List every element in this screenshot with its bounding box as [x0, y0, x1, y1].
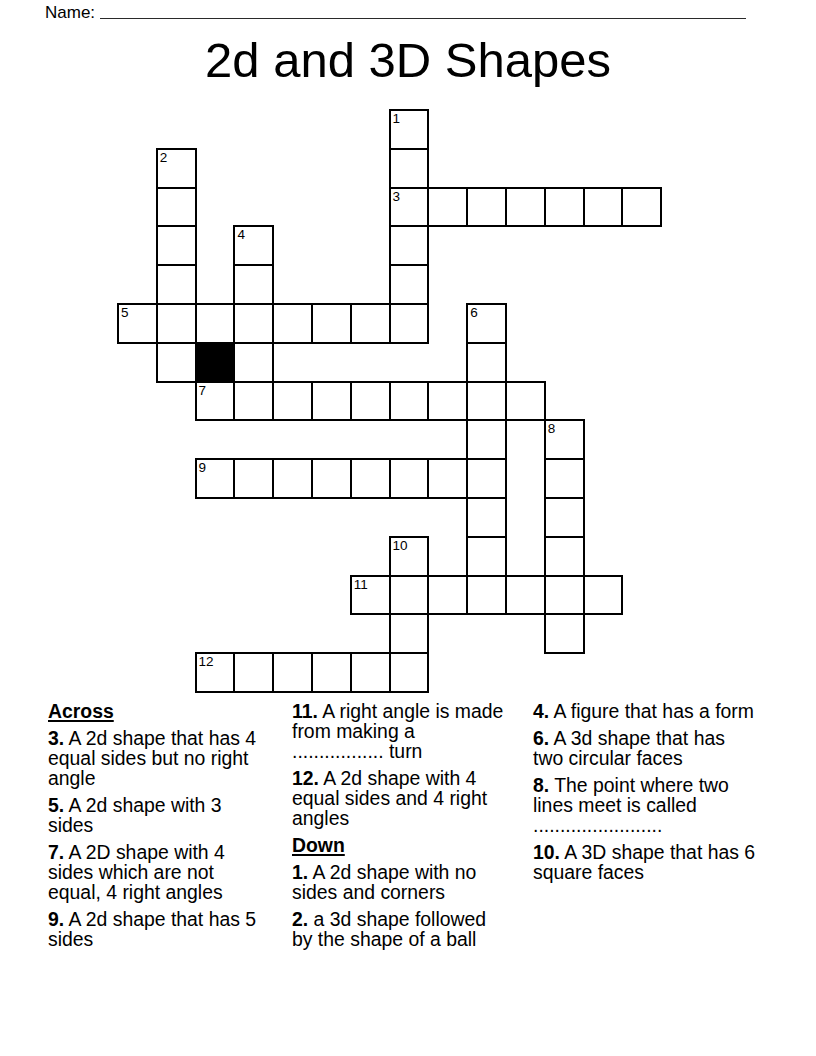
grid-cell	[389, 575, 430, 616]
grid-cell	[544, 187, 585, 228]
clue-across-5: 5. A 2d shape with 3 sides	[48, 795, 258, 835]
clue-down-8: 8. The point where two lines meet is cal…	[533, 775, 758, 835]
grid-cell	[389, 225, 430, 266]
grid-cell: 6	[466, 303, 507, 344]
grid-cell	[389, 652, 430, 693]
grid-cell	[156, 303, 197, 344]
grid-cell	[621, 187, 662, 228]
grid-cell: 11	[350, 575, 391, 616]
grid-cell	[427, 575, 468, 616]
grid-cell	[311, 303, 352, 344]
grid-cell	[272, 303, 313, 344]
grid-cell: 3	[389, 187, 430, 228]
grid-cell	[311, 381, 352, 422]
grid-cell	[156, 264, 197, 305]
grid-cell	[233, 458, 274, 499]
grid-cell	[233, 652, 274, 693]
grid-cell	[272, 652, 313, 693]
grid-cell	[466, 381, 507, 422]
grid-cell: 2	[156, 148, 197, 189]
clue-number-label: 3.	[48, 727, 64, 749]
grid-cell	[505, 575, 546, 616]
clue-number: 8	[548, 421, 556, 436]
grid-cell	[544, 497, 585, 538]
clue-across-9: 9. A 2d shape that has 5 sides	[48, 909, 258, 949]
clue-number-label: 4.	[533, 700, 549, 722]
clue-down-6: 6. A 3d shape that has two circular face…	[533, 728, 758, 768]
grid-cell: 1	[389, 109, 430, 150]
grid-cell	[311, 652, 352, 693]
name-label: Name:	[45, 3, 95, 22]
grid-cell	[544, 458, 585, 499]
clue-number: 11	[354, 577, 368, 592]
clue-number-label: 10.	[533, 841, 560, 863]
clue-number: 9	[199, 460, 207, 475]
clue-number: 2	[160, 150, 168, 165]
grid-cell	[272, 458, 313, 499]
clue-number: 7	[199, 383, 207, 398]
clue-down-4: 4. A figure that has a form	[533, 701, 758, 721]
grid-cell	[311, 458, 352, 499]
clue-number-label: 5.	[48, 794, 64, 816]
blocked-cell	[195, 342, 236, 383]
grid-cell	[156, 187, 197, 228]
clue-number: 12	[199, 654, 214, 669]
clue-column-1: Across3. A 2d shape that has 4 equal sid…	[48, 701, 258, 956]
grid-cell	[389, 303, 430, 344]
grid-cell	[233, 342, 274, 383]
grid-cell	[427, 187, 468, 228]
across-heading: Across	[48, 701, 258, 721]
grid-cell	[544, 575, 585, 616]
clue-across-3: 3. A 2d shape that has 4 equal sides but…	[48, 728, 258, 788]
grid-cell	[583, 187, 624, 228]
grid-cell	[350, 458, 391, 499]
grid-cell	[466, 497, 507, 538]
grid-cell	[544, 613, 585, 654]
clue-across-11: 11. A right angle is made from making a …	[292, 701, 504, 761]
clue-down-1: 1. A 2d shape with no sides and corners	[292, 862, 504, 902]
clue-down-2: 2. a 3d shape followed by the shape of a…	[292, 909, 504, 949]
grid-cell	[583, 575, 624, 616]
clue-number: 1	[393, 111, 401, 126]
grid-cell	[156, 342, 197, 383]
grid-cell	[350, 652, 391, 693]
grid-cell: 7	[195, 381, 236, 422]
grid-cell	[427, 381, 468, 422]
grid-cell	[233, 381, 274, 422]
grid-cell	[389, 613, 430, 654]
clue-number-label: 11.	[292, 700, 318, 722]
page-title: 2d and 3D Shapes	[0, 36, 816, 85]
grid-cell	[544, 536, 585, 577]
clue-number-label: 2.	[292, 908, 308, 930]
clue-across-12: 12. A 2d shape with 4 equal sides and 4 …	[292, 768, 504, 828]
grid-cell: 9	[195, 458, 236, 499]
clue-number-label: 6.	[533, 727, 549, 749]
grid-cell	[466, 575, 507, 616]
down-heading: Down	[292, 835, 504, 855]
grid-cell	[389, 458, 430, 499]
clue-number-label: 12.	[292, 767, 319, 789]
clue-number: 5	[121, 305, 129, 320]
grid-cell: 12	[195, 652, 236, 693]
grid-cell	[233, 264, 274, 305]
grid-cell	[195, 303, 236, 344]
grid-cell	[466, 536, 507, 577]
grid-cell	[389, 381, 430, 422]
grid-cell	[466, 419, 507, 460]
clue-down-10: 10. A 3D shape that has 6 square faces	[533, 842, 758, 882]
grid-cell	[350, 381, 391, 422]
grid-cell	[350, 303, 391, 344]
grid-cell: 4	[233, 225, 274, 266]
clue-number: 6	[470, 305, 478, 320]
clue-number-label: 9.	[48, 908, 64, 930]
clue-across-7: 7. A 2D shape with 4 sides which are not…	[48, 842, 258, 902]
grid-cell	[505, 381, 546, 422]
grid-cell	[233, 303, 274, 344]
grid-cell	[505, 187, 546, 228]
grid-cell	[466, 458, 507, 499]
grid-cell: 8	[544, 419, 585, 460]
grid-cell	[272, 381, 313, 422]
grid-cell	[389, 148, 430, 189]
grid-cell	[466, 342, 507, 383]
grid-cell	[156, 225, 197, 266]
clue-number: 3	[393, 189, 401, 204]
grid-cell: 5	[117, 303, 158, 344]
clue-number-label: 7.	[48, 841, 64, 863]
crossword-grid: 123456789101112	[117, 109, 663, 694]
clue-number-label: 8.	[533, 774, 549, 796]
clue-column-3: 4. A figure that has a form6. A 3d shape…	[533, 701, 758, 889]
clue-number: 10	[393, 538, 408, 553]
name-line	[100, 0, 746, 19]
clue-column-2: 11. A right angle is made from making a …	[292, 701, 504, 956]
clue-number: 4	[237, 227, 245, 242]
grid-cell	[466, 187, 507, 228]
grid-cell: 10	[389, 536, 430, 577]
clue-number-label: 1.	[292, 861, 308, 883]
grid-cell	[427, 458, 468, 499]
grid-cell	[389, 264, 430, 305]
